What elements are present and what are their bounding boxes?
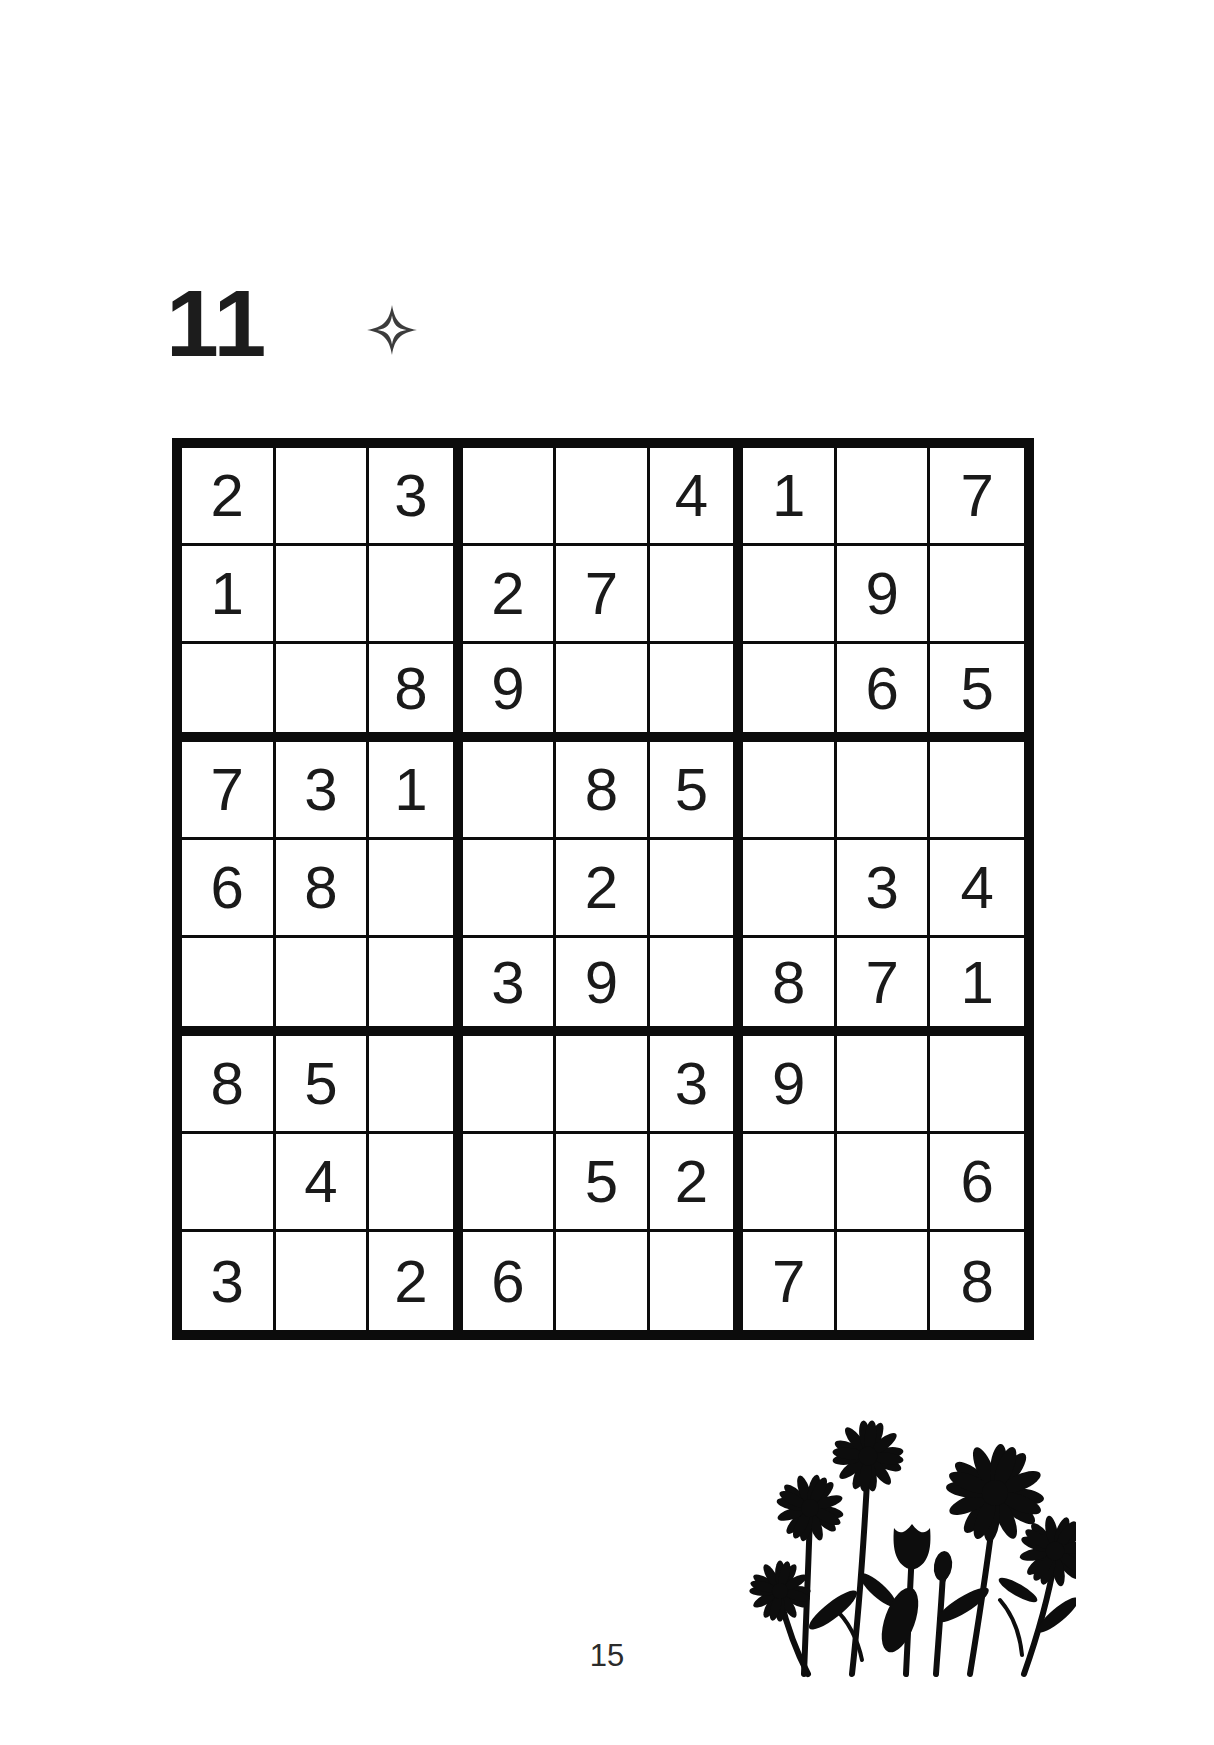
cell-r8c3[interactable] [369,1134,463,1232]
cell-r6c8[interactable]: 7 [837,938,931,1036]
cell-r7c4[interactable] [463,1036,557,1134]
cell-r9c1[interactable]: 3 [182,1232,276,1330]
cell-r8c1[interactable] [182,1134,276,1232]
sudoku-board: 2341712798965731856823439871853945263267… [172,438,1034,1340]
cell-r3c3[interactable]: 8 [369,644,463,742]
cell-r9c4[interactable]: 6 [463,1232,557,1330]
cell-r9c6[interactable] [650,1232,744,1330]
cell-r4c4[interactable] [463,742,557,840]
cell-r7c1[interactable]: 8 [182,1036,276,1134]
cell-r9c5[interactable] [556,1232,650,1330]
cell-r8c6[interactable]: 2 [650,1134,744,1232]
cell-r4c7[interactable] [743,742,837,840]
cell-r7c2[interactable]: 5 [276,1036,370,1134]
cell-r5c4[interactable] [463,840,557,938]
cell-r4c3[interactable]: 1 [369,742,463,840]
cell-r2c8[interactable]: 9 [837,546,931,644]
tulip-flower [894,1524,931,1570]
flower-bud [932,1550,954,1586]
cell-r6c2[interactable] [276,938,370,1036]
cell-r1c6[interactable]: 4 [650,448,744,546]
cell-r2c1[interactable]: 1 [182,546,276,644]
cell-r3c7[interactable] [743,644,837,742]
cell-r4c9[interactable] [930,742,1024,840]
cell-r9c2[interactable] [276,1232,370,1330]
cell-r2c4[interactable]: 2 [463,546,557,644]
cell-r7c3[interactable] [369,1036,463,1134]
cell-r1c7[interactable]: 1 [743,448,837,546]
cell-r9c7[interactable]: 7 [743,1232,837,1330]
puzzle-number-title: 11 [166,276,266,371]
cell-r1c4[interactable] [463,448,557,546]
cell-r5c9[interactable]: 4 [930,840,1024,938]
cell-r5c3[interactable] [369,840,463,938]
cell-r7c9[interactable] [930,1036,1024,1134]
cell-r1c9[interactable]: 7 [930,448,1024,546]
cell-r7c5[interactable] [556,1036,650,1134]
cell-r6c9[interactable]: 1 [930,938,1024,1036]
cell-r1c2[interactable] [276,448,370,546]
cell-r2c2[interactable] [276,546,370,644]
cell-r8c5[interactable]: 5 [556,1134,650,1232]
cell-r7c6[interactable]: 3 [650,1036,744,1134]
cell-r3c4[interactable]: 9 [463,644,557,742]
flower-silhouette-decoration [738,1420,1076,1678]
cell-r1c8[interactable] [837,448,931,546]
cell-r1c3[interactable]: 3 [369,448,463,546]
cell-r5c2[interactable]: 8 [276,840,370,938]
daisy-flower [827,1420,908,1497]
cell-r7c7[interactable]: 9 [743,1036,837,1134]
cell-r3c1[interactable] [182,644,276,742]
cell-r5c5[interactable]: 2 [556,840,650,938]
cell-r8c2[interactable]: 4 [276,1134,370,1232]
cell-r8c4[interactable] [463,1134,557,1232]
cell-r5c8[interactable]: 3 [837,840,931,938]
cell-r4c2[interactable]: 3 [276,742,370,840]
cell-r8c9[interactable]: 6 [930,1134,1024,1232]
cell-r9c9[interactable]: 8 [930,1232,1024,1330]
cell-r2c6[interactable] [650,546,744,644]
cell-r2c5[interactable]: 7 [556,546,650,644]
daisy-flower [749,1560,811,1622]
cell-r6c5[interactable]: 9 [556,938,650,1036]
cell-r4c1[interactable]: 7 [182,742,276,840]
cell-r6c1[interactable] [182,938,276,1036]
cell-r1c5[interactable] [556,448,650,546]
cell-r2c9[interactable] [930,546,1024,644]
cell-r2c3[interactable] [369,546,463,644]
cell-r1c1[interactable]: 2 [182,448,276,546]
cell-r6c3[interactable] [369,938,463,1036]
cell-r2c7[interactable] [743,546,837,644]
cell-r6c4[interactable]: 3 [463,938,557,1036]
cell-r9c8[interactable] [837,1232,931,1330]
cell-r6c6[interactable] [650,938,744,1036]
cell-r6c7[interactable]: 8 [743,938,837,1036]
cell-r4c5[interactable]: 8 [556,742,650,840]
cell-r4c8[interactable] [837,742,931,840]
cell-r3c6[interactable] [650,644,744,742]
cell-r9c3[interactable]: 2 [369,1232,463,1330]
four-pointed-star-icon [364,304,420,356]
cell-r5c1[interactable]: 6 [182,840,276,938]
cell-r8c8[interactable] [837,1134,931,1232]
cell-r3c5[interactable] [556,644,650,742]
cell-r7c8[interactable] [837,1036,931,1134]
cell-r3c8[interactable]: 6 [837,644,931,742]
cell-r5c6[interactable] [650,840,744,938]
cell-r5c7[interactable] [743,840,837,938]
cell-r3c2[interactable] [276,644,370,742]
cell-r4c6[interactable]: 5 [650,742,744,840]
cell-r3c9[interactable]: 5 [930,644,1024,742]
cell-r8c7[interactable] [743,1134,837,1232]
